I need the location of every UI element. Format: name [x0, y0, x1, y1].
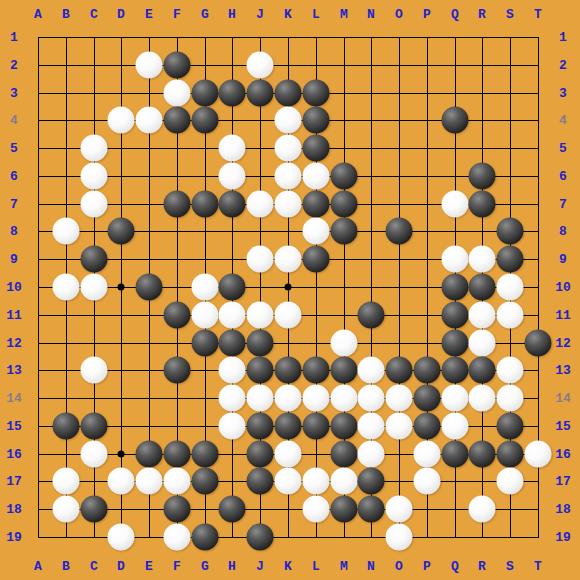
stone-white [81, 357, 108, 384]
stone-black [192, 524, 219, 551]
row-label-left: 1 [10, 30, 18, 45]
col-label-top: T [534, 7, 542, 22]
row-label-right: 19 [555, 530, 571, 545]
stone-black [497, 441, 524, 468]
stone-white [358, 413, 385, 440]
stone-black [192, 80, 219, 107]
stone-white [469, 496, 496, 523]
stone-white [275, 107, 302, 134]
stone-black [358, 468, 385, 495]
stone-black [275, 413, 302, 440]
stone-white [469, 246, 496, 273]
stone-black [442, 330, 469, 357]
row-label-right: 15 [555, 419, 571, 434]
col-label-bottom: J [256, 559, 264, 574]
stone-white [81, 135, 108, 162]
col-label-bottom: K [284, 559, 292, 574]
stone-white [81, 191, 108, 218]
stone-white [386, 385, 413, 412]
stone-black [414, 413, 441, 440]
stone-black [192, 107, 219, 134]
stone-black [414, 357, 441, 384]
col-label-bottom: B [62, 559, 70, 574]
stone-black [164, 496, 191, 523]
stone-white [275, 441, 302, 468]
stone-black [331, 496, 358, 523]
stone-black [442, 441, 469, 468]
col-label-bottom: O [395, 559, 403, 574]
stone-white [81, 441, 108, 468]
stone-black [136, 441, 163, 468]
stone-black [303, 357, 330, 384]
stone-black [497, 413, 524, 440]
go-board[interactable]: AABBCCDDEEFFGGHHJJKKLLMMNNOOPPQQRRSSTT11… [0, 0, 580, 580]
stone-white [358, 385, 385, 412]
stone-white [275, 302, 302, 329]
stone-white [53, 274, 80, 301]
stone-white [108, 107, 135, 134]
stone-black [164, 357, 191, 384]
stone-black [303, 135, 330, 162]
stone-black [275, 357, 302, 384]
row-label-right: 5 [559, 141, 567, 156]
row-label-right: 11 [555, 308, 571, 323]
row-label-right: 10 [555, 280, 571, 295]
stone-black [469, 163, 496, 190]
stone-white [525, 441, 552, 468]
stone-black [386, 218, 413, 245]
stone-white [275, 163, 302, 190]
stone-white [219, 163, 246, 190]
col-label-bottom: S [506, 559, 514, 574]
row-label-right: 18 [555, 502, 571, 517]
row-label-left: 8 [10, 224, 18, 239]
col-label-bottom: F [173, 559, 181, 574]
col-label-top: A [34, 7, 42, 22]
stone-white [303, 468, 330, 495]
stone-white [303, 496, 330, 523]
row-label-right: 17 [555, 474, 571, 489]
row-label-right: 8 [559, 224, 567, 239]
col-label-bottom: R [478, 559, 486, 574]
stone-white [192, 274, 219, 301]
row-label-left: 19 [6, 530, 22, 545]
col-label-bottom: L [312, 559, 320, 574]
stone-black [219, 496, 246, 523]
row-label-right: 14 [555, 391, 571, 406]
stone-black [192, 330, 219, 357]
stone-black [442, 302, 469, 329]
col-label-top: E [145, 7, 153, 22]
col-label-top: C [90, 7, 98, 22]
row-label-right: 9 [559, 252, 567, 267]
stone-white [219, 413, 246, 440]
stone-black [442, 274, 469, 301]
stone-black [247, 468, 274, 495]
stone-white [386, 524, 413, 551]
stone-black [192, 468, 219, 495]
star-point [118, 284, 125, 291]
stone-white [303, 163, 330, 190]
stone-black [525, 330, 552, 357]
row-label-right: 13 [555, 363, 571, 378]
stone-black [331, 441, 358, 468]
col-label-top: J [256, 7, 264, 22]
row-label-left: 4 [10, 113, 18, 128]
stone-black [81, 496, 108, 523]
stone-white [219, 357, 246, 384]
stone-black [303, 191, 330, 218]
stone-black [386, 357, 413, 384]
stone-white [219, 302, 246, 329]
star-point [118, 451, 125, 458]
stone-white [497, 357, 524, 384]
col-label-bottom: A [34, 559, 42, 574]
stone-white [219, 135, 246, 162]
stone-black [81, 246, 108, 273]
row-label-left: 15 [6, 419, 22, 434]
stone-black [219, 274, 246, 301]
col-label-top: S [506, 7, 514, 22]
stone-black [469, 191, 496, 218]
stone-black [219, 330, 246, 357]
stone-white [414, 441, 441, 468]
stone-black [331, 163, 358, 190]
col-label-bottom: N [367, 559, 375, 574]
row-label-right: 12 [555, 336, 571, 351]
stone-white [275, 385, 302, 412]
col-label-bottom: C [90, 559, 98, 574]
stone-white [247, 385, 274, 412]
row-label-left: 18 [6, 502, 22, 517]
row-label-left: 3 [10, 86, 18, 101]
stone-black [108, 218, 135, 245]
stone-black [303, 80, 330, 107]
col-label-top: L [312, 7, 320, 22]
stone-white [442, 385, 469, 412]
row-label-left: 14 [6, 391, 22, 406]
row-label-left: 16 [6, 447, 22, 462]
row-label-left: 9 [10, 252, 18, 267]
stone-white [247, 302, 274, 329]
row-label-right: 7 [559, 197, 567, 212]
col-label-bottom: T [534, 559, 542, 574]
stone-white [358, 441, 385, 468]
col-label-top: B [62, 7, 70, 22]
stone-white [469, 330, 496, 357]
col-label-bottom: P [423, 559, 431, 574]
stone-black [219, 191, 246, 218]
row-label-left: 17 [6, 474, 22, 489]
stone-black [164, 191, 191, 218]
stone-black [53, 413, 80, 440]
row-label-left: 5 [10, 141, 18, 156]
stone-black [247, 441, 274, 468]
col-label-top: H [228, 7, 236, 22]
stone-white [303, 385, 330, 412]
stone-white [247, 52, 274, 79]
row-label-left: 13 [6, 363, 22, 378]
col-label-top: P [423, 7, 431, 22]
row-label-left: 7 [10, 197, 18, 212]
col-label-top: K [284, 7, 292, 22]
stone-black [192, 441, 219, 468]
stone-white [108, 524, 135, 551]
row-label-right: 6 [559, 169, 567, 184]
stone-white [275, 135, 302, 162]
stone-white [53, 468, 80, 495]
row-label-right: 2 [559, 58, 567, 73]
stone-white [331, 330, 358, 357]
col-label-top: Q [451, 7, 459, 22]
stone-white [136, 468, 163, 495]
col-label-bottom: D [117, 559, 125, 574]
grid-hline [38, 509, 539, 510]
stone-black [469, 274, 496, 301]
stone-black [358, 302, 385, 329]
stone-black [192, 191, 219, 218]
col-label-top: D [117, 7, 125, 22]
stone-black [247, 330, 274, 357]
stone-white [53, 218, 80, 245]
stone-black [164, 441, 191, 468]
stone-white [136, 52, 163, 79]
row-label-left: 6 [10, 169, 18, 184]
stone-white [469, 302, 496, 329]
stone-white [442, 246, 469, 273]
row-label-left: 2 [10, 58, 18, 73]
row-label-left: 11 [6, 308, 22, 323]
stone-white [497, 302, 524, 329]
star-point [285, 284, 292, 291]
row-label-left: 12 [6, 336, 22, 351]
col-label-top: G [201, 7, 209, 22]
stone-white [386, 413, 413, 440]
stone-white [469, 385, 496, 412]
stone-black [303, 413, 330, 440]
stone-white [303, 218, 330, 245]
stone-white [275, 246, 302, 273]
stone-black [164, 107, 191, 134]
stone-black [164, 302, 191, 329]
col-label-bottom: G [201, 559, 209, 574]
stone-black [442, 107, 469, 134]
col-label-top: M [340, 7, 348, 22]
stone-white [275, 468, 302, 495]
stone-white [275, 191, 302, 218]
col-label-bottom: E [145, 559, 153, 574]
col-label-bottom: Q [451, 559, 459, 574]
stone-black [331, 191, 358, 218]
stone-white [442, 191, 469, 218]
col-label-bottom: M [340, 559, 348, 574]
stone-black [331, 413, 358, 440]
stone-white [247, 191, 274, 218]
stone-white [497, 274, 524, 301]
col-label-top: R [478, 7, 486, 22]
stone-white [497, 468, 524, 495]
row-label-right: 16 [555, 447, 571, 462]
row-label-left: 10 [6, 280, 22, 295]
stone-black [275, 80, 302, 107]
stone-white [414, 468, 441, 495]
stone-black [247, 524, 274, 551]
stone-white [81, 163, 108, 190]
stone-black [497, 246, 524, 273]
stone-white [331, 468, 358, 495]
stone-white [164, 80, 191, 107]
stone-black [497, 218, 524, 245]
stone-white [219, 385, 246, 412]
stone-black [469, 357, 496, 384]
stone-black [358, 496, 385, 523]
stone-black [442, 357, 469, 384]
stone-white [497, 385, 524, 412]
stone-black [469, 441, 496, 468]
stone-white [192, 302, 219, 329]
stone-white [358, 357, 385, 384]
stone-black [247, 357, 274, 384]
row-label-right: 3 [559, 86, 567, 101]
row-label-right: 1 [559, 30, 567, 45]
col-label-top: N [367, 7, 375, 22]
stone-black [164, 52, 191, 79]
stone-black [331, 218, 358, 245]
col-label-top: O [395, 7, 403, 22]
stone-white [136, 107, 163, 134]
stone-black [331, 357, 358, 384]
stone-black [303, 107, 330, 134]
col-label-top: F [173, 7, 181, 22]
stone-black [247, 413, 274, 440]
stone-white [331, 385, 358, 412]
stone-black [81, 413, 108, 440]
stone-white [108, 468, 135, 495]
stone-black [414, 385, 441, 412]
stone-white [164, 468, 191, 495]
stone-white [386, 496, 413, 523]
stone-black [247, 80, 274, 107]
stone-black [219, 80, 246, 107]
stone-white [164, 524, 191, 551]
stone-black [136, 274, 163, 301]
stone-white [81, 274, 108, 301]
stone-white [442, 413, 469, 440]
grid-vline [399, 37, 400, 538]
col-label-bottom: H [228, 559, 236, 574]
stone-white [247, 246, 274, 273]
row-label-right: 4 [559, 113, 567, 128]
stone-black [303, 246, 330, 273]
stone-white [53, 496, 80, 523]
